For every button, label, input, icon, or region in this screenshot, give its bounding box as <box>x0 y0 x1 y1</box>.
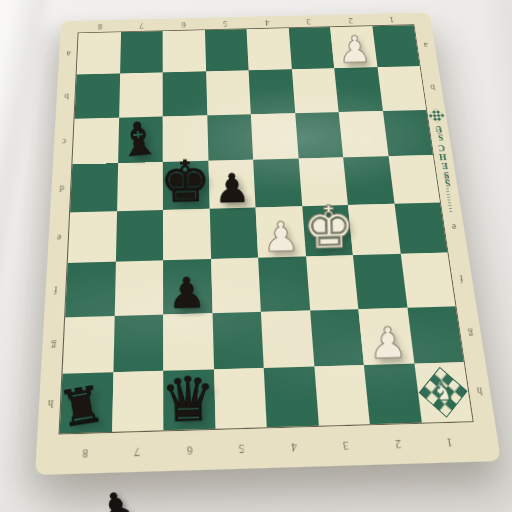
square-f7[interactable] <box>114 261 163 316</box>
square-a6[interactable] <box>163 30 206 72</box>
square-e2[interactable] <box>348 204 400 256</box>
bottom-rank-label: 6 <box>163 429 216 471</box>
square-d4[interactable] <box>253 158 302 207</box>
bottom-rank-label: 1 <box>421 421 478 463</box>
coordinate-glyph: e <box>451 222 457 232</box>
mat-corner <box>473 421 502 462</box>
square-h6[interactable]: ♛ <box>163 369 215 430</box>
piece-bK-d6[interactable]: ♚ <box>159 154 211 209</box>
square-c2[interactable] <box>339 111 388 158</box>
square-b2[interactable] <box>334 67 382 111</box>
square-a5[interactable] <box>205 29 249 71</box>
left-file-label: f <box>44 263 68 317</box>
square-d7[interactable] <box>117 162 163 211</box>
coordinate-glyph: h <box>475 385 482 396</box>
coordinate-glyph: g <box>467 328 474 339</box>
square-c4[interactable] <box>251 113 298 160</box>
logo-letter: S <box>435 132 443 141</box>
square-g6[interactable] <box>163 313 213 371</box>
bottom-rank-label: 2 <box>370 423 426 465</box>
knight-emblem-icon: ♞ <box>420 368 466 416</box>
left-file-label: d <box>50 164 72 213</box>
square-g7[interactable] <box>113 314 163 372</box>
left-file-label: b <box>56 75 77 119</box>
square-e6[interactable] <box>163 209 211 261</box>
coordinate-glyph: g <box>50 340 56 351</box>
mat-corner <box>60 21 79 34</box>
coordinate-glyph: 6 <box>181 21 186 29</box>
square-b8[interactable] <box>75 74 120 119</box>
coordinate-glyph: e <box>56 233 61 243</box>
piece-bP-d5[interactable]: ♟ <box>214 169 251 208</box>
top-rank-label: 5 <box>204 17 246 30</box>
vinyl-chess-mat: 87654321a♟abbc♝cd♚♟de♟♚ef♟fg♟gh♜♛♞h87654… <box>35 12 501 475</box>
logo-letter: H <box>438 151 446 160</box>
top-rank-label: 7 <box>121 19 163 32</box>
square-g2[interactable]: ♟ <box>358 307 414 365</box>
square-f2[interactable] <box>353 254 407 308</box>
square-b4[interactable] <box>249 69 295 113</box>
coordinate-glyph: a <box>423 41 428 49</box>
top-rank-label: 6 <box>163 18 205 31</box>
bottom-rank-label: 8 <box>58 432 112 474</box>
square-b5[interactable] <box>206 70 251 115</box>
square-b1[interactable] <box>377 66 426 110</box>
square-a7[interactable] <box>120 31 163 74</box>
coordinate-glyph: a <box>66 50 70 58</box>
square-f5[interactable] <box>211 258 261 313</box>
piece-bQ-h6[interactable]: ♛ <box>160 370 216 430</box>
square-e3[interactable]: ♚ <box>302 205 353 257</box>
left-file-label: e <box>47 212 70 263</box>
square-d1[interactable] <box>388 155 440 204</box>
top-rank-label: 1 <box>370 13 413 26</box>
square-h2[interactable] <box>364 363 421 424</box>
coordinate-glyph: b <box>429 83 435 91</box>
square-h7[interactable] <box>112 371 164 432</box>
square-c7[interactable]: ♝ <box>118 116 163 163</box>
square-a8[interactable] <box>77 32 121 75</box>
left-file-label: c <box>53 118 75 164</box>
top-rank-label: 2 <box>329 14 372 27</box>
coordinate-glyph: c <box>61 137 66 146</box>
square-f3[interactable] <box>306 255 359 310</box>
square-h8[interactable]: ♜ <box>60 372 113 433</box>
square-b6[interactable] <box>163 72 207 117</box>
left-file-label: g <box>41 317 65 374</box>
logo-letter: E <box>439 160 448 169</box>
coordinate-glyph: 7 <box>134 445 140 457</box>
photo-scene: 87654321a♟abbc♝cd♚♟de♟♚ef♟fg♟gh♜♛♞h87654… <box>0 0 512 512</box>
square-h1[interactable]: ♞ <box>414 362 473 423</box>
top-rank-label: 8 <box>79 20 121 33</box>
piece-wP-e4[interactable]: ♟ <box>262 217 300 257</box>
square-d6[interactable]: ♚ <box>163 161 209 210</box>
square-b7[interactable] <box>119 73 163 118</box>
piece-bR-h8[interactable]: ♜ <box>56 381 108 435</box>
coordinate-glyph: 3 <box>306 18 311 26</box>
square-d8[interactable] <box>70 163 118 212</box>
coordinate-glyph: 8 <box>82 447 88 459</box>
square-d5[interactable]: ♟ <box>208 159 256 208</box>
coordinate-glyph: 7 <box>139 22 144 30</box>
logo-letter: U <box>434 123 442 132</box>
logo-letter: C <box>437 142 445 151</box>
piece-wK-e3[interactable]: ♚ <box>302 199 356 256</box>
coordinate-glyph: 1 <box>389 16 395 24</box>
square-f1[interactable] <box>400 253 455 307</box>
coordinate-glyph: 8 <box>97 23 102 31</box>
square-e4[interactable]: ♟ <box>256 206 306 258</box>
coordinate-glyph: f <box>459 274 464 284</box>
square-c5[interactable] <box>207 114 253 161</box>
coordinate-glyph: 4 <box>265 19 270 27</box>
board-grid: 87654321a♟abbc♝cd♚♟de♟♚ef♟fg♟gh♜♛♞h87654… <box>35 12 501 475</box>
square-e8[interactable] <box>68 211 117 263</box>
square-b3[interactable] <box>291 68 338 112</box>
square-f4[interactable] <box>258 257 309 312</box>
square-c3[interactable] <box>295 112 343 159</box>
square-g5[interactable] <box>212 311 264 369</box>
bottom-rank-label: 3 <box>318 424 374 466</box>
square-e1[interactable] <box>394 203 448 255</box>
square-e5[interactable] <box>209 207 258 259</box>
coordinate-glyph: 1 <box>446 436 453 448</box>
bottom-rank-label: 7 <box>111 430 164 472</box>
coordinate-glyph: 2 <box>394 438 401 450</box>
square-g1[interactable] <box>407 306 464 363</box>
square-a4[interactable] <box>246 28 291 70</box>
square-e7[interactable] <box>115 210 163 262</box>
logo-letter: S <box>442 178 451 187</box>
piece-wP-a2[interactable]: ♟ <box>338 32 372 68</box>
piece-bB-c7[interactable]: ♝ <box>116 116 161 163</box>
square-f6[interactable]: ♟ <box>163 259 212 314</box>
mat-corner <box>35 433 60 475</box>
piece-wP-g2[interactable]: ♟ <box>368 322 408 364</box>
coordinate-glyph: b <box>64 92 69 100</box>
square-h3[interactable] <box>314 365 370 426</box>
square-a3[interactable] <box>288 27 334 69</box>
coordinate-glyph: 2 <box>348 17 353 25</box>
square-a2[interactable]: ♟ <box>330 26 377 68</box>
captured-piece-off-board[interactable]: ♟ <box>93 484 140 512</box>
bottom-rank-label: 4 <box>267 426 322 468</box>
coordinate-glyph: 6 <box>187 444 193 456</box>
coordinate-glyph: 5 <box>239 442 245 454</box>
coordinate-glyph: h <box>47 398 53 410</box>
knight-emblem-glyph: ♞ <box>430 379 455 405</box>
coordinate-glyph: d <box>59 184 64 193</box>
coordinate-glyph: 4 <box>291 441 297 453</box>
square-f8[interactable] <box>65 262 115 317</box>
bottom-rank-label: 5 <box>215 427 269 469</box>
right-file-label: f <box>448 252 477 306</box>
piece-bP-f6[interactable]: ♟ <box>168 272 207 313</box>
square-g4[interactable] <box>261 310 314 368</box>
left-file-label: a <box>58 33 79 75</box>
square-g8[interactable] <box>63 315 115 373</box>
square-c1[interactable] <box>382 109 433 156</box>
coordinate-glyph: f <box>54 285 58 295</box>
top-rank-label: 3 <box>287 15 330 28</box>
coordinate-glyph: 3 <box>343 439 350 451</box>
coordinate-glyph: 5 <box>223 20 228 28</box>
mat-corner <box>412 12 432 25</box>
square-a1[interactable] <box>372 25 420 67</box>
top-rank-label: 4 <box>246 16 288 29</box>
square-g3[interactable] <box>310 309 364 367</box>
square-c8[interactable] <box>72 117 118 164</box>
square-h4[interactable] <box>264 366 319 427</box>
square-h5[interactable] <box>214 368 267 429</box>
